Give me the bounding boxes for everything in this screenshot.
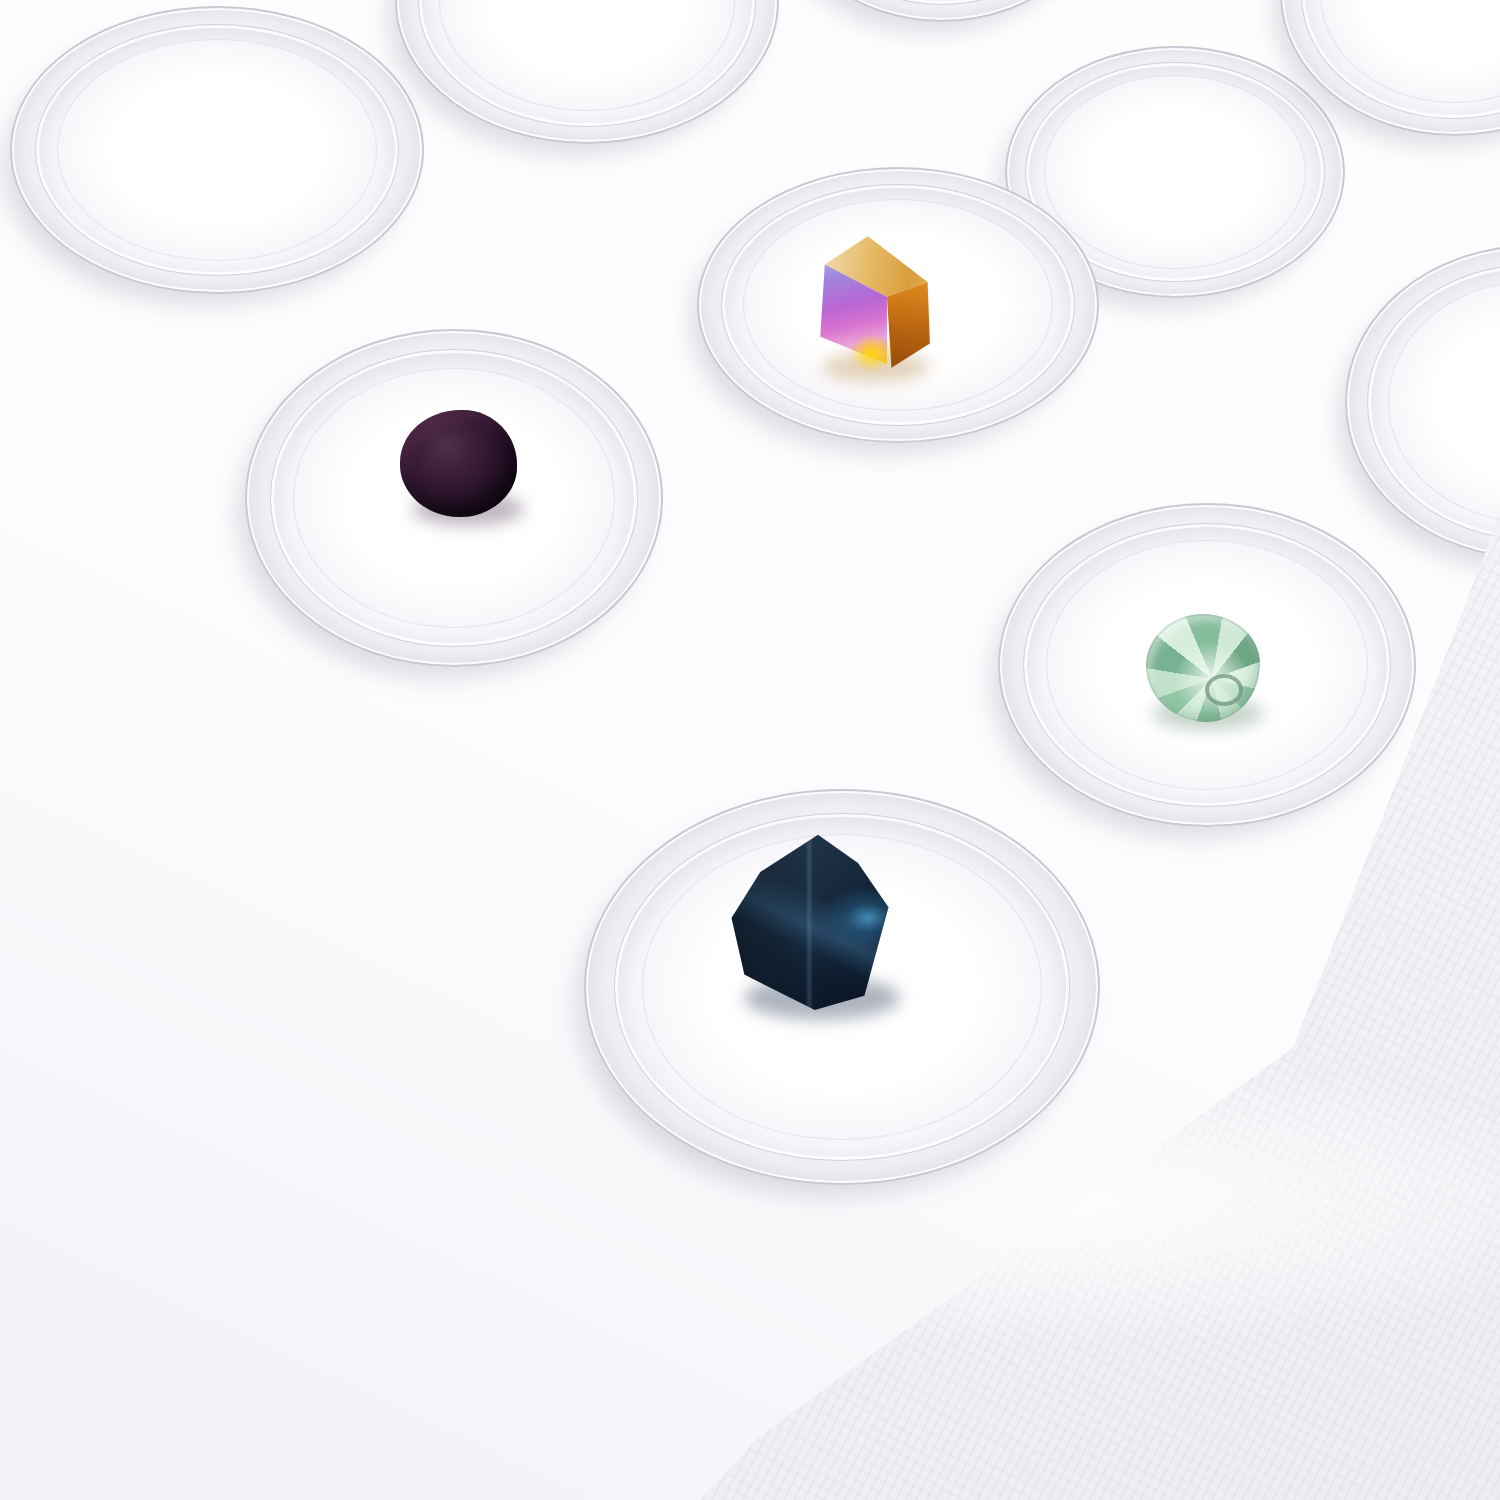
amber-cube (818, 235, 931, 369)
gem-jar-3-empty (775, 0, 1109, 22)
gem-jar-2-empty (395, 0, 779, 144)
gem-jar-9-empty (1345, 245, 1500, 559)
gem-jar-1-empty (10, 6, 424, 294)
amber-cube-glow (850, 334, 893, 372)
photo-canvas (0, 0, 1500, 1500)
dark-purple-round (400, 410, 517, 517)
